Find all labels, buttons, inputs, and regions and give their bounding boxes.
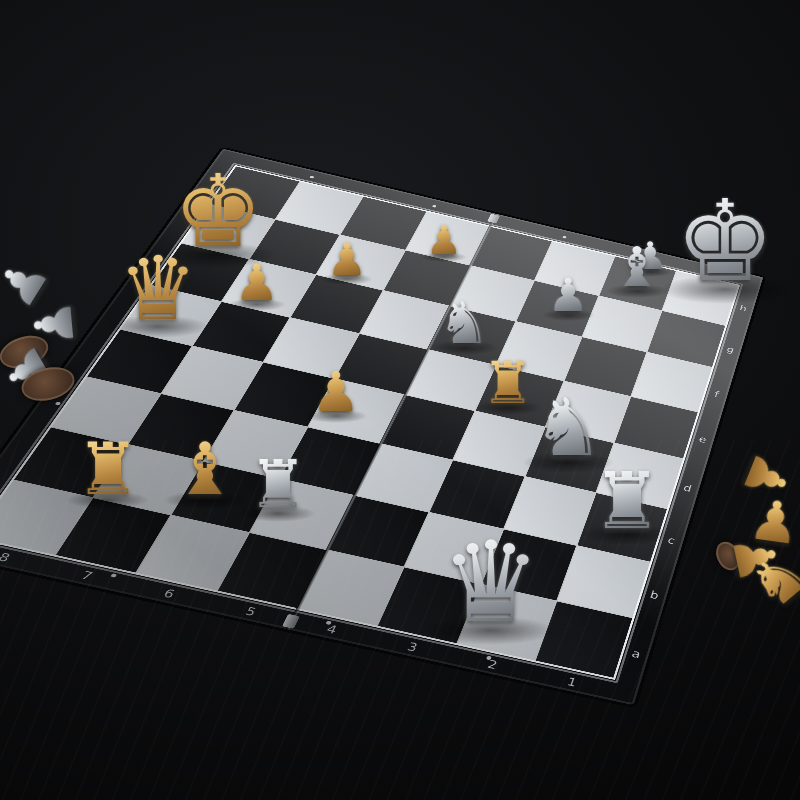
- gold-knight-glyph: ♞: [738, 538, 800, 621]
- gold-pawn-glyph: ♟: [734, 446, 800, 509]
- captured-gold-knight-lying: ♞: [738, 538, 800, 621]
- board-squares: [0, 165, 740, 680]
- scene: 87654321 abcdefgh ♚♛♜♜♝♟♟♟♟♚♛♜♜♝♞♞♟♟♟♟♟♟…: [0, 0, 800, 800]
- captured-gold-pawn-standing: ♟: [746, 491, 800, 553]
- captured-gold-pawn-lying-1: ♟: [734, 446, 800, 509]
- felt-base-3: [712, 538, 745, 575]
- fallen-silver-pawn-1: ♟: [0, 249, 57, 316]
- gold-pawn-glyph: ♟: [746, 491, 800, 553]
- silver-pawn-glyph: ♟: [0, 249, 57, 316]
- chess-board: 87654321 abcdefgh: [0, 165, 740, 680]
